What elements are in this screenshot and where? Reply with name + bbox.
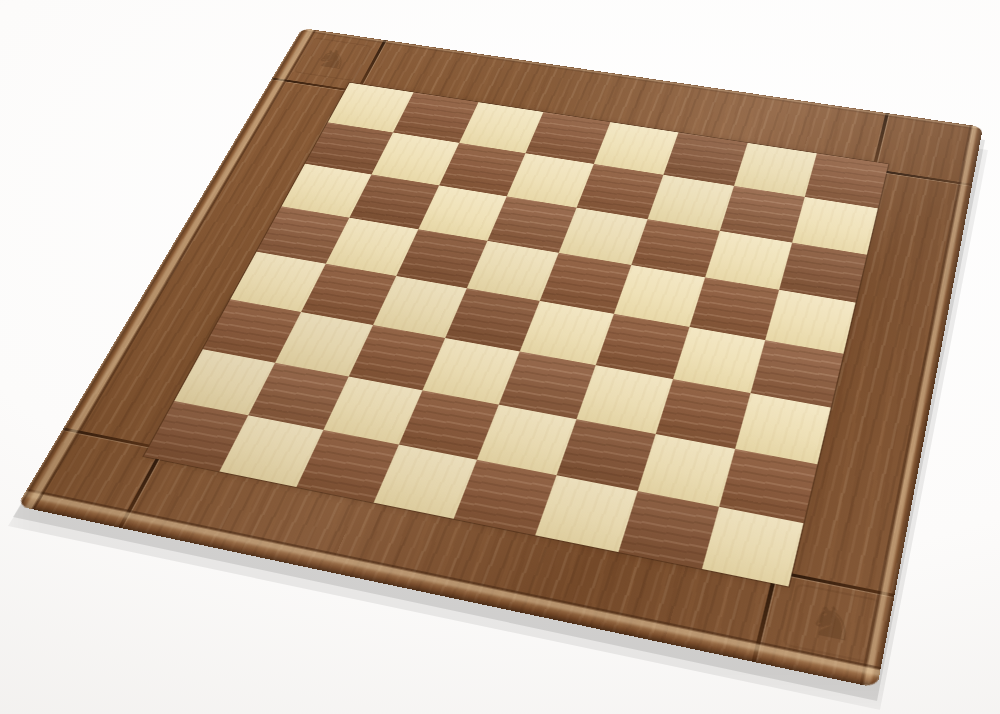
border-groove-bottom-left-horizontal (62, 427, 150, 447)
maker-logo-top-left: ♞ (293, 37, 373, 81)
photo-background: ♞ ♞ (0, 0, 1000, 714)
playing-field (144, 83, 888, 587)
border-groove-bottom-left-vertical (118, 459, 159, 529)
chessboard: ♞ ♞ (17, 28, 983, 688)
maker-logo-bottom-right: ♞ (782, 583, 882, 664)
corner-logo-icon: ♞ (802, 594, 862, 653)
corner-logo-icon: ♞ (308, 43, 358, 75)
border-groove-top-right-vertical (874, 113, 889, 163)
border-groove-top-right-horizontal (886, 171, 972, 186)
border-groove-top-left-horizontal (271, 78, 346, 91)
border-groove-bottom-right-vertical (752, 583, 775, 662)
